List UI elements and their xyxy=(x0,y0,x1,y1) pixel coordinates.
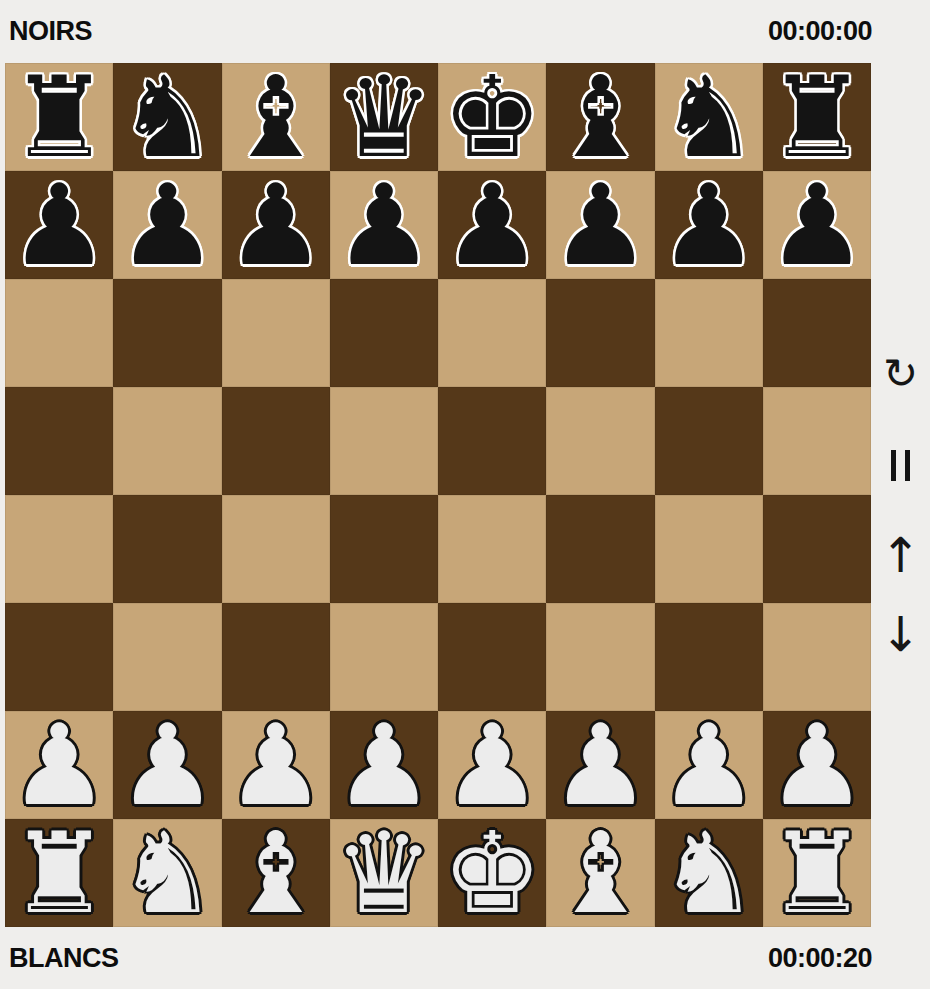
piece-white-pawn: ♟ xyxy=(767,711,867,819)
piece-black-pawn: ♟ xyxy=(550,171,650,279)
square-g1[interactable]: ♞ xyxy=(655,819,763,927)
piece-white-pawn: ♟ xyxy=(442,711,542,819)
piece-white-pawn: ♟ xyxy=(550,711,650,819)
square-c4[interactable] xyxy=(222,495,330,603)
square-b7[interactable]: ♟ xyxy=(113,171,221,279)
square-f3[interactable] xyxy=(546,603,654,711)
square-a1[interactable]: ♜ xyxy=(5,819,113,927)
square-a2[interactable]: ♟ xyxy=(5,711,113,819)
square-b4[interactable] xyxy=(113,495,221,603)
square-f5[interactable] xyxy=(546,387,654,495)
square-e2[interactable]: ♟ xyxy=(438,711,546,819)
square-e7[interactable]: ♟ xyxy=(438,171,546,279)
square-c5[interactable] xyxy=(222,387,330,495)
square-d1[interactable]: ♛ xyxy=(330,819,438,927)
piece-black-knight: ♞ xyxy=(658,63,758,171)
square-e4[interactable] xyxy=(438,495,546,603)
white-player-clock: 00:00:20 xyxy=(768,943,872,974)
piece-white-knight: ♞ xyxy=(658,819,758,927)
square-a8[interactable]: ♜ xyxy=(5,63,113,171)
square-c3[interactable] xyxy=(222,603,330,711)
square-h5[interactable] xyxy=(763,387,871,495)
piece-black-knight: ♞ xyxy=(117,63,217,171)
square-c7[interactable]: ♟ xyxy=(222,171,330,279)
square-g8[interactable]: ♞ xyxy=(655,63,763,171)
pause-icon xyxy=(891,450,896,481)
bottom-player-bar: BLANCS 00:00:20 xyxy=(0,927,930,989)
square-f2[interactable]: ♟ xyxy=(546,711,654,819)
square-c8[interactable]: ♝ xyxy=(222,63,330,171)
square-h6[interactable] xyxy=(763,279,871,387)
scroll-up-button[interactable]: ↑ xyxy=(871,531,930,579)
square-g3[interactable] xyxy=(655,603,763,711)
square-h8[interactable]: ♜ xyxy=(763,63,871,171)
piece-black-pawn: ♟ xyxy=(658,171,758,279)
square-f8[interactable]: ♝ xyxy=(546,63,654,171)
square-g6[interactable] xyxy=(655,279,763,387)
square-e8[interactable]: ♚ xyxy=(438,63,546,171)
piece-white-bishop: ♝ xyxy=(225,819,325,927)
square-c2[interactable]: ♟ xyxy=(222,711,330,819)
square-e1[interactable]: ♚ xyxy=(438,819,546,927)
square-c6[interactable] xyxy=(222,279,330,387)
rotate-icon: ↻ xyxy=(883,349,918,398)
square-d8[interactable]: ♛ xyxy=(330,63,438,171)
square-f4[interactable] xyxy=(546,495,654,603)
square-h2[interactable]: ♟ xyxy=(763,711,871,819)
piece-black-rook: ♜ xyxy=(9,63,109,171)
square-a3[interactable] xyxy=(5,603,113,711)
square-b1[interactable]: ♞ xyxy=(113,819,221,927)
square-a7[interactable]: ♟ xyxy=(5,171,113,279)
piece-white-queen: ♛ xyxy=(334,819,434,927)
piece-white-pawn: ♟ xyxy=(117,711,217,819)
square-b8[interactable]: ♞ xyxy=(113,63,221,171)
square-h3[interactable] xyxy=(763,603,871,711)
square-g7[interactable]: ♟ xyxy=(655,171,763,279)
top-player-bar: NOIRS 00:00:00 xyxy=(0,0,930,62)
piece-black-bishop: ♝ xyxy=(550,63,650,171)
square-b6[interactable] xyxy=(113,279,221,387)
square-d4[interactable] xyxy=(330,495,438,603)
square-c1[interactable]: ♝ xyxy=(222,819,330,927)
square-h4[interactable] xyxy=(763,495,871,603)
pause-button[interactable] xyxy=(871,449,930,481)
arrow-up-icon: ↑ xyxy=(880,527,920,583)
square-h7[interactable]: ♟ xyxy=(763,171,871,279)
square-e6[interactable] xyxy=(438,279,546,387)
piece-black-pawn: ♟ xyxy=(442,171,542,279)
white-player-label: BLANCS xyxy=(9,943,119,974)
piece-white-rook: ♜ xyxy=(9,819,109,927)
square-a6[interactable] xyxy=(5,279,113,387)
piece-black-pawn: ♟ xyxy=(767,171,867,279)
piece-white-king: ♚ xyxy=(442,819,542,927)
piece-white-pawn: ♟ xyxy=(334,711,434,819)
square-d6[interactable] xyxy=(330,279,438,387)
piece-black-pawn: ♟ xyxy=(225,171,325,279)
square-e5[interactable] xyxy=(438,387,546,495)
piece-white-bishop: ♝ xyxy=(550,819,650,927)
pause-icon xyxy=(905,450,910,481)
piece-black-pawn: ♟ xyxy=(334,171,434,279)
piece-black-queen: ♛ xyxy=(334,63,434,171)
square-f1[interactable]: ♝ xyxy=(546,819,654,927)
square-f7[interactable]: ♟ xyxy=(546,171,654,279)
black-player-label: NOIRS xyxy=(9,16,92,47)
square-b3[interactable] xyxy=(113,603,221,711)
square-d2[interactable]: ♟ xyxy=(330,711,438,819)
square-d5[interactable] xyxy=(330,387,438,495)
square-b5[interactable] xyxy=(113,387,221,495)
square-g5[interactable] xyxy=(655,387,763,495)
piece-black-bishop: ♝ xyxy=(225,63,325,171)
piece-black-king: ♚ xyxy=(442,63,542,171)
arrow-down-icon: ↓ xyxy=(880,606,920,662)
piece-black-pawn: ♟ xyxy=(9,171,109,279)
piece-white-rook: ♜ xyxy=(767,819,867,927)
chess-board[interactable]: ♜♞♝♛♚♝♞♜♟♟♟♟♟♟♟♟♟♟♟♟♟♟♟♟♜♞♝♛♚♝♞♜ xyxy=(5,63,871,927)
piece-black-pawn: ♟ xyxy=(117,171,217,279)
square-a4[interactable] xyxy=(5,495,113,603)
square-d7[interactable]: ♟ xyxy=(330,171,438,279)
square-g2[interactable]: ♟ xyxy=(655,711,763,819)
piece-white-knight: ♞ xyxy=(117,819,217,927)
piece-white-pawn: ♟ xyxy=(9,711,109,819)
square-e3[interactable] xyxy=(438,603,546,711)
square-b2[interactable]: ♟ xyxy=(113,711,221,819)
scroll-down-button[interactable]: ↓ xyxy=(871,610,930,658)
piece-black-rook: ♜ xyxy=(767,63,867,171)
piece-white-pawn: ♟ xyxy=(225,711,325,819)
square-a5[interactable] xyxy=(5,387,113,495)
square-h1[interactable]: ♜ xyxy=(763,819,871,927)
piece-white-pawn: ♟ xyxy=(658,711,758,819)
black-player-clock: 00:00:00 xyxy=(768,16,872,47)
square-d3[interactable] xyxy=(330,603,438,711)
square-f6[interactable] xyxy=(546,279,654,387)
rotate-board-button[interactable]: ↻ xyxy=(871,352,930,396)
square-g4[interactable] xyxy=(655,495,763,603)
